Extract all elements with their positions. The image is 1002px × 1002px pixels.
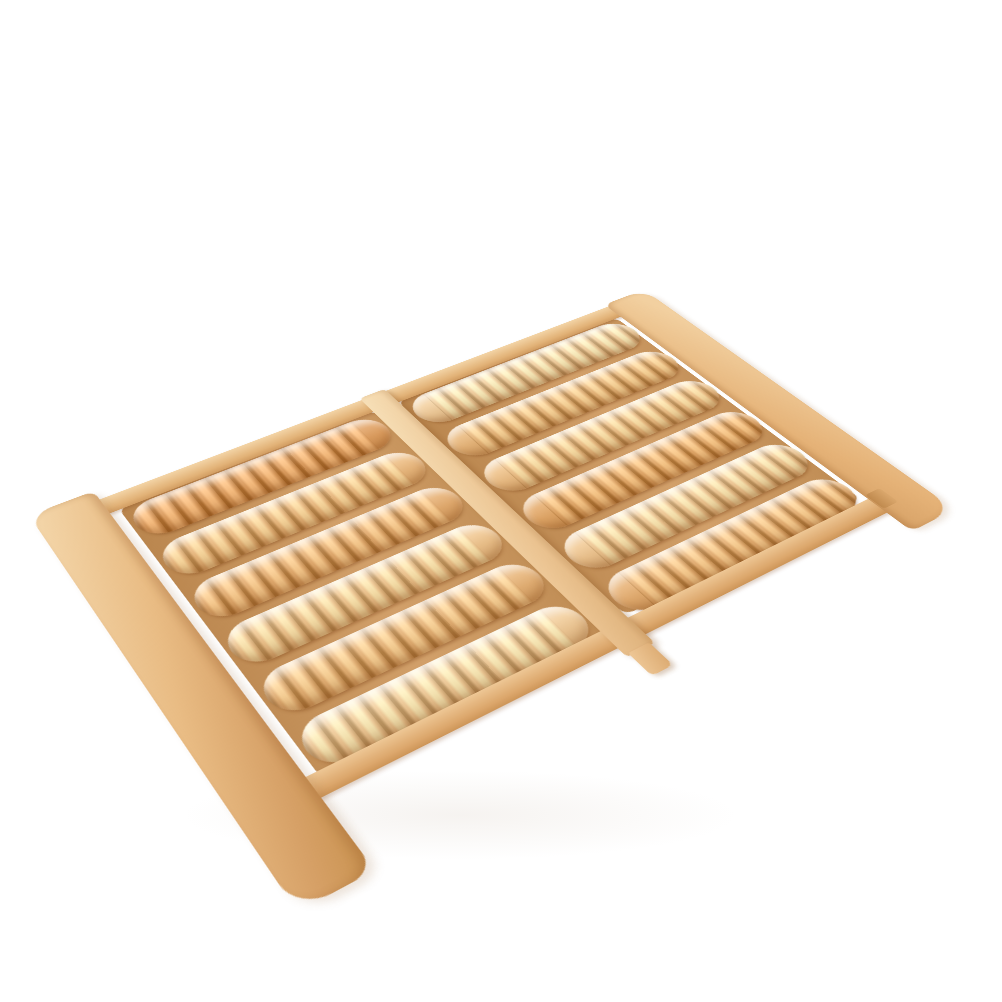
product-photo xyxy=(0,0,1002,1002)
foot-massager-board xyxy=(43,292,933,836)
